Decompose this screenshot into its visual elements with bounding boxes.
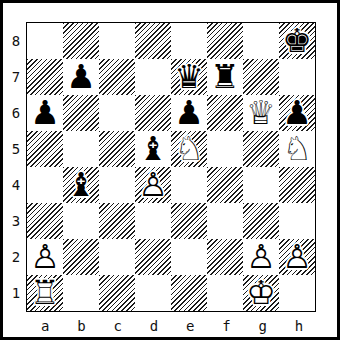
rank-label-5: 5 bbox=[6, 131, 26, 167]
chess-diagram: 87654321 ♚♚♟♟♛♛♜♜♟♟♟♟♛♕♟♟♝♝♞♘♞♘♝♝♟♙♟♙♟♙♟… bbox=[0, 0, 340, 340]
white-queen-fill: ♛ bbox=[243, 95, 279, 131]
rank-label-3: 3 bbox=[6, 203, 26, 239]
black-bishop: ♝ bbox=[63, 167, 99, 203]
black-rook: ♜ bbox=[207, 59, 243, 95]
black-pawn: ♟ bbox=[279, 95, 315, 131]
square-g3[interactable] bbox=[243, 203, 279, 239]
white-knight: ♘ bbox=[171, 131, 207, 167]
square-h8[interactable]: ♚♚ bbox=[279, 23, 315, 59]
file-label-f: f bbox=[208, 314, 244, 338]
square-f7[interactable]: ♜♜ bbox=[207, 59, 243, 95]
white-pawn-fill: ♟ bbox=[279, 239, 315, 275]
rank-label-6: 6 bbox=[6, 95, 26, 131]
black-bishop: ♝ bbox=[135, 131, 171, 167]
square-g7[interactable] bbox=[243, 59, 279, 95]
square-h3[interactable] bbox=[279, 203, 315, 239]
white-knight-fill: ♞ bbox=[279, 131, 315, 167]
square-h2[interactable]: ♟♙ bbox=[279, 239, 315, 275]
square-g6[interactable]: ♛♕ bbox=[243, 95, 279, 131]
white-pawn: ♙ bbox=[243, 239, 279, 275]
black-pawn: ♟ bbox=[63, 59, 99, 95]
square-b5[interactable] bbox=[63, 131, 99, 167]
square-d2[interactable] bbox=[135, 239, 171, 275]
black-pawn-fill: ♟ bbox=[171, 95, 207, 131]
white-pawn: ♙ bbox=[279, 239, 315, 275]
rank-label-1: 1 bbox=[6, 275, 26, 311]
black-queen: ♛ bbox=[171, 59, 207, 95]
white-pawn: ♙ bbox=[27, 239, 63, 275]
file-label-e: e bbox=[172, 314, 208, 338]
file-label-c: c bbox=[100, 314, 136, 338]
square-h1[interactable] bbox=[279, 275, 315, 311]
square-f8[interactable] bbox=[207, 23, 243, 59]
white-rook-fill: ♜ bbox=[27, 275, 63, 311]
file-label-g: g bbox=[245, 314, 281, 338]
square-h5[interactable]: ♞♘ bbox=[279, 131, 315, 167]
square-a6[interactable]: ♟♟ bbox=[27, 95, 63, 131]
square-h6[interactable]: ♟♟ bbox=[279, 95, 315, 131]
square-d3[interactable] bbox=[135, 203, 171, 239]
square-d6[interactable] bbox=[135, 95, 171, 131]
square-c8[interactable] bbox=[99, 23, 135, 59]
square-a8[interactable] bbox=[27, 23, 63, 59]
square-f3[interactable] bbox=[207, 203, 243, 239]
square-c6[interactable] bbox=[99, 95, 135, 131]
square-b2[interactable] bbox=[63, 239, 99, 275]
black-bishop-fill: ♝ bbox=[63, 167, 99, 203]
square-e3[interactable] bbox=[171, 203, 207, 239]
file-label-h: h bbox=[281, 314, 317, 338]
square-g8[interactable] bbox=[243, 23, 279, 59]
square-g2[interactable]: ♟♙ bbox=[243, 239, 279, 275]
square-e6[interactable]: ♟♟ bbox=[171, 95, 207, 131]
square-h4[interactable] bbox=[279, 167, 315, 203]
square-b8[interactable] bbox=[63, 23, 99, 59]
white-pawn-fill: ♟ bbox=[135, 167, 171, 203]
file-label-d: d bbox=[136, 314, 172, 338]
square-f6[interactable] bbox=[207, 95, 243, 131]
square-c7[interactable] bbox=[99, 59, 135, 95]
black-pawn-fill: ♟ bbox=[279, 95, 315, 131]
file-label-a: a bbox=[27, 314, 63, 338]
rank-label-8: 8 bbox=[6, 23, 26, 59]
black-rook-fill: ♜ bbox=[207, 59, 243, 95]
square-d1[interactable] bbox=[135, 275, 171, 311]
white-knight-fill: ♞ bbox=[171, 131, 207, 167]
square-d5[interactable]: ♝♝ bbox=[135, 131, 171, 167]
white-king: ♔ bbox=[243, 275, 279, 311]
file-labels: abcdefgh bbox=[27, 314, 317, 338]
square-e2[interactable] bbox=[171, 239, 207, 275]
white-rook: ♖ bbox=[27, 275, 63, 311]
square-a3[interactable] bbox=[27, 203, 63, 239]
black-queen-fill: ♛ bbox=[171, 59, 207, 95]
black-bishop-fill: ♝ bbox=[135, 131, 171, 167]
square-g4[interactable] bbox=[243, 167, 279, 203]
square-e8[interactable] bbox=[171, 23, 207, 59]
square-a4[interactable] bbox=[27, 167, 63, 203]
rank-label-2: 2 bbox=[6, 239, 26, 275]
square-c1[interactable] bbox=[99, 275, 135, 311]
rank-label-7: 7 bbox=[6, 59, 26, 95]
square-d4[interactable]: ♟♙ bbox=[135, 167, 171, 203]
rank-labels: 87654321 bbox=[6, 23, 26, 311]
white-pawn-fill: ♟ bbox=[243, 239, 279, 275]
black-king: ♚ bbox=[279, 23, 315, 59]
black-king-fill: ♚ bbox=[279, 23, 315, 59]
square-f2[interactable] bbox=[207, 239, 243, 275]
square-d8[interactable] bbox=[135, 23, 171, 59]
square-c3[interactable] bbox=[99, 203, 135, 239]
square-a1[interactable]: ♜♖ bbox=[27, 275, 63, 311]
square-e7[interactable]: ♛♛ bbox=[171, 59, 207, 95]
black-pawn: ♟ bbox=[27, 95, 63, 131]
square-c4[interactable] bbox=[99, 167, 135, 203]
square-d7[interactable] bbox=[135, 59, 171, 95]
square-g5[interactable] bbox=[243, 131, 279, 167]
square-b7[interactable]: ♟♟ bbox=[63, 59, 99, 95]
square-h7[interactable] bbox=[279, 59, 315, 95]
chess-board: ♚♚♟♟♛♛♜♜♟♟♟♟♛♕♟♟♝♝♞♘♞♘♝♝♟♙♟♙♟♙♟♙♜♖♚♔ bbox=[26, 22, 316, 312]
white-pawn: ♙ bbox=[135, 167, 171, 203]
square-a7[interactable] bbox=[27, 59, 63, 95]
black-pawn-fill: ♟ bbox=[63, 59, 99, 95]
black-pawn-fill: ♟ bbox=[27, 95, 63, 131]
square-e1[interactable] bbox=[171, 275, 207, 311]
square-c2[interactable] bbox=[99, 239, 135, 275]
file-label-b: b bbox=[63, 314, 99, 338]
square-c5[interactable] bbox=[99, 131, 135, 167]
white-knight: ♘ bbox=[279, 131, 315, 167]
white-queen: ♕ bbox=[243, 95, 279, 131]
rank-label-4: 4 bbox=[6, 167, 26, 203]
square-a5[interactable] bbox=[27, 131, 63, 167]
black-pawn: ♟ bbox=[171, 95, 207, 131]
square-b3[interactable] bbox=[63, 203, 99, 239]
square-a2[interactable]: ♟♙ bbox=[27, 239, 63, 275]
square-e5[interactable]: ♞♘ bbox=[171, 131, 207, 167]
square-b6[interactable] bbox=[63, 95, 99, 131]
white-king-fill: ♚ bbox=[243, 275, 279, 311]
square-f4[interactable] bbox=[207, 167, 243, 203]
square-f1[interactable] bbox=[207, 275, 243, 311]
square-g1[interactable]: ♚♔ bbox=[243, 275, 279, 311]
white-pawn-fill: ♟ bbox=[27, 239, 63, 275]
square-f5[interactable] bbox=[207, 131, 243, 167]
square-b4[interactable]: ♝♝ bbox=[63, 167, 99, 203]
square-e4[interactable] bbox=[171, 167, 207, 203]
square-b1[interactable] bbox=[63, 275, 99, 311]
